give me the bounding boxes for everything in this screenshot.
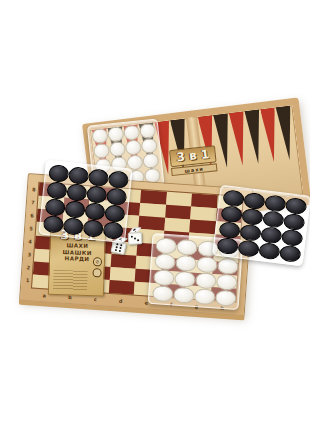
black-pieces-bag-backgammon — [212, 185, 310, 267]
white-checker-piece — [216, 273, 238, 290]
die-pip — [119, 250, 121, 252]
black-checker-piece — [239, 223, 262, 241]
black-checker-piece — [281, 229, 304, 247]
black-checker-piece — [241, 208, 264, 226]
backgammon-sticker: 3 в 1 шахи — [169, 145, 217, 176]
black-checker-piece — [243, 192, 266, 210]
black-checker-piece — [279, 244, 302, 262]
black-pieces-bag-checkerboard — [38, 160, 132, 244]
die-two — [127, 227, 140, 245]
black-checker-piece — [108, 170, 130, 189]
white-checker-piece — [123, 124, 140, 141]
black-checker-piece — [88, 168, 110, 187]
rank-label: 2 — [26, 264, 30, 270]
white-checker-piece — [174, 271, 196, 288]
white-checker-piece — [154, 253, 176, 270]
black-checker-piece — [86, 185, 108, 204]
white-checker-piece — [109, 141, 126, 158]
rank-label: 7 — [31, 199, 35, 205]
rank-label: 3 — [27, 251, 31, 257]
black-checker-piece — [66, 183, 88, 202]
die-pip — [137, 240, 139, 242]
rank-label: 6 — [30, 212, 34, 218]
white-checker-piece — [142, 153, 159, 170]
black-checker-piece — [216, 237, 239, 255]
black-checker-piece — [285, 197, 308, 215]
black-checker-piece — [48, 164, 70, 183]
white-checker-piece — [125, 139, 142, 156]
rank-label: 8 — [32, 186, 36, 192]
product-photo-scene: 3 в 1 шахи 87654321 abcdefgh 3 в 1 ШАХИ … — [0, 0, 310, 430]
die-two-front-face — [128, 232, 143, 245]
file-label: d — [119, 297, 123, 303]
file-label: a — [42, 292, 46, 298]
white-checker-piece — [215, 289, 237, 306]
black-checker-piece — [102, 221, 124, 240]
white-checker-piece — [173, 287, 195, 304]
white-checker-piece — [217, 258, 239, 275]
sticker-fineprint-lines — [53, 270, 88, 291]
white-checker-piece — [194, 288, 216, 305]
white-checker-piece — [155, 237, 177, 254]
die-pip — [134, 237, 136, 239]
white-checker-piece — [195, 272, 217, 289]
die-pip — [131, 235, 133, 237]
white-checker-piece — [176, 239, 198, 256]
black-checker-piece — [82, 219, 104, 238]
black-checker-piece — [220, 205, 243, 223]
black-checker-piece — [43, 215, 65, 234]
black-checker-piece — [84, 202, 106, 221]
black-checker-piece — [262, 210, 285, 228]
black-checker-piece — [222, 189, 245, 207]
black-checker-piece — [260, 226, 283, 244]
black-checker-piece — [64, 200, 86, 219]
black-checker-piece — [237, 239, 260, 257]
black-checker-piece — [46, 181, 68, 200]
rank-label: 4 — [28, 238, 32, 244]
sticker-stamps: ⊘ — [92, 257, 102, 277]
die-pip — [115, 249, 117, 251]
white-checker-piece — [153, 269, 175, 286]
white-checker-piece — [93, 143, 110, 160]
white-checker-piece — [141, 138, 158, 155]
round-stamp-icon — [92, 268, 101, 277]
black-checker-piece — [104, 204, 126, 223]
black-checker-piece — [264, 194, 287, 212]
rank-label: 5 — [29, 225, 33, 231]
white-checker-piece — [175, 255, 197, 272]
board-square — [108, 280, 134, 295]
white-checker-piece — [107, 126, 124, 143]
black-checker-piece — [258, 242, 281, 260]
black-checker-piece — [44, 198, 66, 217]
white-checker-piece — [152, 285, 174, 302]
black-checker-piece — [63, 217, 85, 236]
black-checker-piece — [218, 221, 241, 239]
white-checker-piece — [139, 123, 156, 140]
black-checker-piece — [106, 187, 128, 206]
rank-label: 1 — [26, 278, 30, 284]
black-checker-piece — [68, 166, 90, 185]
backgammon-point-black — [276, 105, 297, 160]
prohibition-icon: ⊘ — [93, 257, 102, 266]
white-checker-piece — [91, 128, 108, 145]
white-checker-piece — [196, 256, 218, 273]
black-checker-piece — [283, 213, 306, 231]
